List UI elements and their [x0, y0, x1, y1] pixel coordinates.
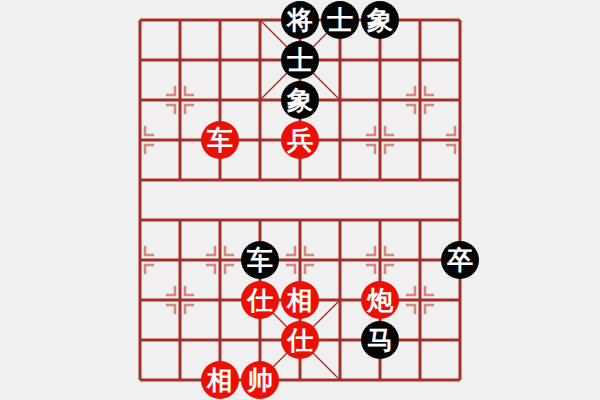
intersection[interactable] [400, 360, 440, 400]
piece-black-advisor[interactable]: 士 [321, 1, 359, 39]
intersection[interactable]: 卒 [440, 240, 480, 280]
intersection[interactable]: 马 [360, 320, 400, 360]
intersection[interactable] [240, 40, 280, 80]
intersection[interactable] [120, 0, 160, 40]
piece-black-rook[interactable]: 车 [241, 241, 279, 279]
intersection[interactable] [440, 160, 480, 200]
intersection[interactable] [160, 200, 200, 240]
intersection[interactable] [240, 200, 280, 240]
intersection[interactable] [280, 240, 320, 280]
intersection[interactable]: 兵 [280, 120, 320, 160]
intersection[interactable] [320, 360, 360, 400]
intersection[interactable] [120, 280, 160, 320]
piece-black-pawn[interactable]: 卒 [441, 241, 479, 279]
intersection[interactable] [360, 160, 400, 200]
intersection[interactable] [240, 80, 280, 120]
intersection[interactable] [440, 200, 480, 240]
intersection[interactable] [160, 360, 200, 400]
intersection[interactable] [200, 80, 240, 120]
intersection[interactable] [200, 160, 240, 200]
intersection[interactable]: 象 [280, 80, 320, 120]
intersection[interactable] [440, 280, 480, 320]
intersection[interactable]: 车 [200, 120, 240, 160]
intersection[interactable] [440, 120, 480, 160]
intersection[interactable]: 相 [200, 360, 240, 400]
intersection[interactable] [120, 320, 160, 360]
intersection[interactable]: 炮 [360, 280, 400, 320]
intersection[interactable] [320, 240, 360, 280]
intersection[interactable] [400, 40, 440, 80]
app-background: 将士象士象车兵车卒仕相炮仕马相帅 [0, 0, 600, 400]
intersection[interactable] [120, 200, 160, 240]
intersection[interactable] [320, 120, 360, 160]
intersection[interactable] [440, 320, 480, 360]
intersection[interactable] [120, 160, 160, 200]
intersection[interactable] [160, 80, 200, 120]
intersection[interactable]: 将 [280, 0, 320, 40]
intersection[interactable] [200, 200, 240, 240]
intersection[interactable] [280, 360, 320, 400]
intersection[interactable] [120, 40, 160, 80]
intersection[interactable]: 象 [360, 0, 400, 40]
intersection[interactable] [320, 40, 360, 80]
intersection[interactable] [120, 80, 160, 120]
intersection[interactable] [320, 200, 360, 240]
intersection[interactable] [160, 320, 200, 360]
intersection[interactable] [160, 0, 200, 40]
intersection[interactable] [360, 200, 400, 240]
intersection[interactable] [400, 240, 440, 280]
intersection[interactable] [160, 280, 200, 320]
piece-red-advisor[interactable]: 仕 [281, 321, 319, 359]
intersection[interactable]: 车 [240, 240, 280, 280]
intersection[interactable]: 士 [280, 40, 320, 80]
intersection[interactable] [360, 80, 400, 120]
piece-black-elephant[interactable]: 象 [281, 81, 319, 119]
piece-red-elephant[interactable]: 相 [201, 361, 239, 399]
intersection[interactable] [160, 40, 200, 80]
piece-red-pawn[interactable]: 兵 [281, 121, 319, 159]
intersection[interactable] [280, 200, 320, 240]
intersection[interactable] [400, 280, 440, 320]
intersection[interactable] [120, 360, 160, 400]
piece-black-horse[interactable]: 马 [361, 321, 399, 359]
piece-black-elephant[interactable]: 象 [361, 1, 399, 39]
intersection[interactable] [400, 0, 440, 40]
intersection[interactable] [280, 160, 320, 200]
intersection[interactable] [320, 80, 360, 120]
piece-red-advisor[interactable]: 仕 [241, 281, 279, 319]
intersection[interactable] [200, 320, 240, 360]
piece-red-elephant[interactable]: 相 [281, 281, 319, 319]
intersection[interactable] [120, 240, 160, 280]
intersection[interactable]: 士 [320, 0, 360, 40]
intersection[interactable] [360, 360, 400, 400]
piece-red-cannon[interactable]: 炮 [361, 281, 399, 319]
intersection[interactable] [120, 120, 160, 160]
intersection[interactable] [320, 160, 360, 200]
intersection[interactable] [440, 40, 480, 80]
piece-red-rook[interactable]: 车 [201, 121, 239, 159]
intersection[interactable] [360, 120, 400, 160]
intersection[interactable] [400, 320, 440, 360]
intersection[interactable] [240, 0, 280, 40]
intersection[interactable] [400, 200, 440, 240]
intersection[interactable] [200, 280, 240, 320]
intersection[interactable] [160, 240, 200, 280]
intersection[interactable] [360, 240, 400, 280]
intersection[interactable] [360, 40, 400, 80]
piece-black-king[interactable]: 将 [281, 1, 319, 39]
intersection[interactable] [240, 120, 280, 160]
piece-black-advisor[interactable]: 士 [281, 41, 319, 79]
intersection[interactable]: 相 [280, 280, 320, 320]
intersection[interactable] [240, 320, 280, 360]
xiangqi-board: 将士象士象车兵车卒仕相炮仕马相帅 [120, 0, 480, 400]
intersection[interactable]: 仕 [240, 280, 280, 320]
intersection[interactable] [400, 80, 440, 120]
intersection[interactable] [440, 0, 480, 40]
intersection[interactable] [200, 40, 240, 80]
intersection[interactable] [160, 120, 200, 160]
intersection[interactable]: 仕 [280, 320, 320, 360]
intersection[interactable] [200, 240, 240, 280]
intersection[interactable] [320, 280, 360, 320]
intersection[interactable] [200, 0, 240, 40]
intersection[interactable] [160, 160, 200, 200]
intersection[interactable]: 帅 [240, 360, 280, 400]
intersection[interactable] [400, 160, 440, 200]
piece-red-king[interactable]: 帅 [241, 361, 279, 399]
intersection[interactable] [400, 120, 440, 160]
intersection[interactable] [440, 80, 480, 120]
intersection[interactable] [320, 320, 360, 360]
intersection[interactable] [240, 160, 280, 200]
intersection[interactable] [440, 360, 480, 400]
